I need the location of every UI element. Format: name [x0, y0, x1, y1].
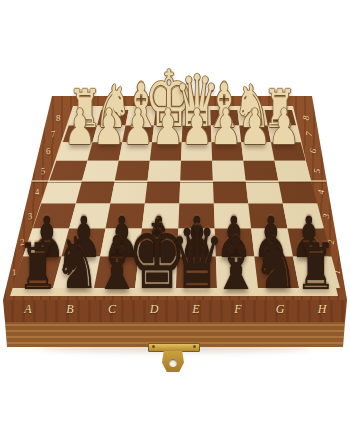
latch-screw-left: [152, 345, 155, 348]
rank-label-5-right: 5: [311, 168, 321, 174]
chess-set-photo: ABCDEFGH1122334455667788 ♜♞♝♚♛♝♞♜♟♟♟♟♟♟♟…: [0, 0, 350, 433]
latch-screw-right: [193, 345, 196, 348]
piece-dark-rook-h1[interactable]: ♜: [270, 236, 350, 300]
latch-plate: [148, 343, 200, 352]
latch-hole: [169, 359, 177, 367]
piece-white-pawn-h7[interactable]: ♟: [238, 103, 330, 152]
rank-label-4-right: 4: [316, 189, 326, 195]
rank-label-5-left: 5: [40, 165, 46, 176]
